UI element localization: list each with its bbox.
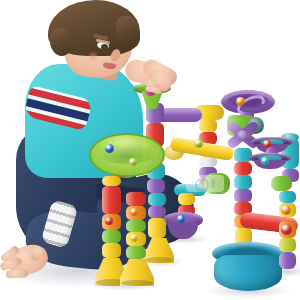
tower-a2-seg-5 [126, 246, 146, 259]
bowl-marble-2 [129, 158, 137, 166]
tower-e-seg-3 [279, 191, 296, 203]
tower-a1-seg-5 [102, 243, 121, 258]
bowl-marble-1 [105, 144, 114, 153]
tower-a1-marble [105, 217, 113, 225]
tower-e-marble-2 [281, 224, 292, 235]
photo-stage: A toddler boy with short brown hair, wea… [0, 0, 300, 300]
tower-a2-seg-3 [126, 220, 146, 232]
tower-a2-marble-2 [130, 234, 138, 242]
tower-a1-seg-2 [102, 186, 121, 214]
dish-marble [177, 215, 185, 223]
teal-drum-base [212, 242, 284, 292]
switchback-lower-dish [249, 153, 291, 170]
tower-c-seg-1 [199, 119, 217, 132]
green-bowl [89, 133, 165, 177]
tower-b-seg-7 [148, 206, 166, 218]
tower-e-seg-7 [279, 252, 296, 269]
tower-c-seg-4 [199, 157, 217, 167]
spiral-marble [236, 97, 245, 106]
tower-d-seg-3 [234, 175, 252, 189]
dish-col-seg-1 [178, 193, 195, 205]
spiral-funnel [221, 90, 275, 114]
tower-e-seg-6 [279, 238, 296, 252]
tower-a2-marble-1 [130, 208, 138, 216]
chute-marble [194, 139, 203, 148]
spinner-hub [237, 130, 248, 141]
tower-d-seg-4 [234, 189, 252, 202]
switchback-marble-2 [261, 157, 269, 165]
tower-b-foot [144, 238, 174, 263]
marble-run-toy [0, 0, 300, 300]
tower-a1-seg-1 [102, 176, 121, 186]
tower-b-seg-8 [148, 218, 166, 238]
tower-a2-seg-1 [126, 192, 146, 206]
tower-e-seg-2 [271, 176, 292, 191]
tower-b-seg-5 [147, 179, 165, 193]
tower-b-seg-6 [148, 193, 166, 206]
tower-a2-foot [120, 259, 154, 286]
tower-a1-seg-4 [102, 230, 121, 243]
tower-e-marble-1 [281, 205, 291, 215]
watermark [186, 175, 224, 192]
